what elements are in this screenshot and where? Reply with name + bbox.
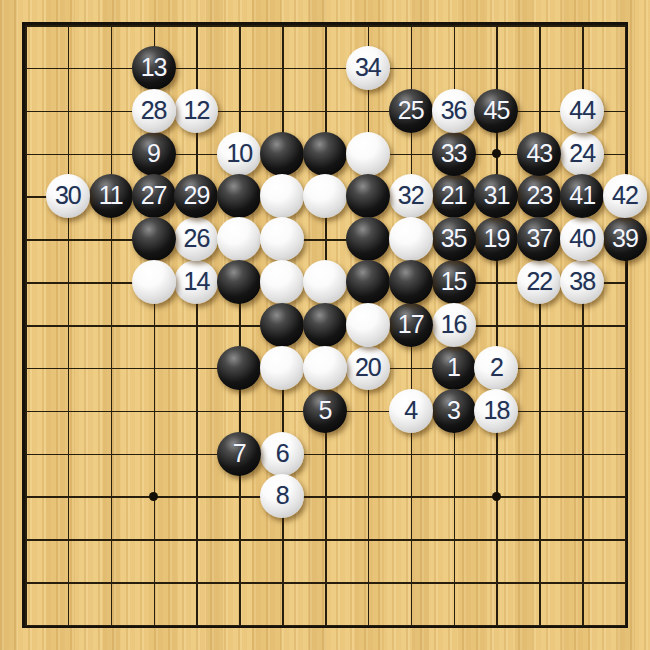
stone-black bbox=[260, 132, 304, 176]
move-number: 2 bbox=[490, 355, 503, 381]
stone-white bbox=[132, 260, 176, 304]
move-number: 34 bbox=[355, 55, 381, 81]
stone-white-34: 34 bbox=[346, 46, 390, 90]
move-number: 13 bbox=[141, 55, 167, 81]
move-number: 43 bbox=[526, 141, 552, 167]
stone-black-3: 3 bbox=[432, 389, 476, 433]
move-number: 11 bbox=[99, 183, 123, 209]
move-number: 15 bbox=[441, 269, 467, 295]
move-number: 1 bbox=[447, 355, 460, 381]
stone-black-17: 17 bbox=[389, 303, 433, 347]
move-number: 38 bbox=[569, 269, 595, 295]
move-number: 5 bbox=[319, 398, 332, 424]
stone-white bbox=[303, 174, 347, 218]
stone-white bbox=[389, 217, 433, 261]
stone-white bbox=[260, 260, 304, 304]
stone-black bbox=[389, 260, 433, 304]
move-number: 36 bbox=[441, 98, 467, 124]
move-number: 18 bbox=[484, 398, 510, 424]
stone-white bbox=[346, 132, 390, 176]
stone-white-42: 42 bbox=[603, 174, 647, 218]
move-number: 3 bbox=[447, 398, 460, 424]
move-number: 22 bbox=[526, 269, 552, 295]
stone-black-31: 31 bbox=[474, 174, 518, 218]
move-number: 40 bbox=[569, 226, 595, 252]
move-number: 30 bbox=[55, 183, 81, 209]
stone-black bbox=[346, 260, 390, 304]
stone-white bbox=[260, 346, 304, 390]
move-number: 14 bbox=[184, 269, 210, 295]
move-number: 21 bbox=[441, 183, 467, 209]
stone-white-6: 6 bbox=[260, 432, 304, 476]
stone-white-20: 20 bbox=[346, 346, 390, 390]
stone-white-44: 44 bbox=[560, 89, 604, 133]
move-number: 39 bbox=[612, 226, 638, 252]
move-number: 10 bbox=[226, 141, 252, 167]
move-number: 26 bbox=[184, 226, 210, 252]
stone-white-32: 32 bbox=[389, 174, 433, 218]
stone-white bbox=[217, 217, 261, 261]
stone-white-8: 8 bbox=[260, 474, 304, 518]
stone-black-21: 21 bbox=[432, 174, 476, 218]
stone-black-41: 41 bbox=[560, 174, 604, 218]
stone-black-43: 43 bbox=[517, 132, 561, 176]
move-number: 45 bbox=[484, 98, 510, 124]
move-number: 20 bbox=[355, 355, 381, 381]
stone-white bbox=[260, 174, 304, 218]
move-number: 32 bbox=[398, 183, 424, 209]
move-number: 19 bbox=[484, 226, 510, 252]
stone-white-36: 36 bbox=[432, 89, 476, 133]
move-number: 42 bbox=[612, 183, 638, 209]
move-number: 41 bbox=[569, 183, 595, 209]
stone-black bbox=[303, 303, 347, 347]
move-number: 25 bbox=[398, 98, 424, 124]
stone-black bbox=[217, 260, 261, 304]
stone-black bbox=[217, 174, 261, 218]
stone-black-13: 13 bbox=[132, 46, 176, 90]
stone-black-37: 37 bbox=[517, 217, 561, 261]
stone-black-39: 39 bbox=[603, 217, 647, 261]
move-number: 9 bbox=[147, 141, 160, 167]
stone-white bbox=[303, 346, 347, 390]
move-number: 35 bbox=[441, 226, 467, 252]
move-number: 27 bbox=[141, 183, 167, 209]
move-number: 33 bbox=[441, 141, 467, 167]
stone-white-26: 26 bbox=[174, 217, 218, 261]
stone-black-35: 35 bbox=[432, 217, 476, 261]
move-number: 24 bbox=[569, 141, 595, 167]
stone-black bbox=[132, 217, 176, 261]
stone-black bbox=[217, 346, 261, 390]
stone-white-10: 10 bbox=[217, 132, 261, 176]
stone-black-25: 25 bbox=[389, 89, 433, 133]
stone-black bbox=[346, 217, 390, 261]
move-number: 31 bbox=[484, 183, 510, 209]
stone-white-12: 12 bbox=[174, 89, 218, 133]
stone-black bbox=[346, 174, 390, 218]
stone-white-28: 28 bbox=[132, 89, 176, 133]
stone-white-2: 2 bbox=[474, 346, 518, 390]
stone-black-27: 27 bbox=[132, 174, 176, 218]
move-number: 37 bbox=[526, 226, 552, 252]
stone-black-11: 11 bbox=[89, 174, 133, 218]
move-number: 44 bbox=[569, 98, 595, 124]
stone-black-9: 9 bbox=[132, 132, 176, 176]
stone-white-14: 14 bbox=[174, 260, 218, 304]
stone-white-24: 24 bbox=[560, 132, 604, 176]
star-point bbox=[492, 149, 501, 158]
stone-black bbox=[260, 303, 304, 347]
move-number: 12 bbox=[184, 98, 210, 124]
stone-white-38: 38 bbox=[560, 260, 604, 304]
stone-white-4: 4 bbox=[389, 389, 433, 433]
stone-black-5: 5 bbox=[303, 389, 347, 433]
stone-black-7: 7 bbox=[217, 432, 261, 476]
star-point bbox=[149, 492, 158, 501]
stone-white-30: 30 bbox=[46, 174, 90, 218]
stone-black-1: 1 bbox=[432, 346, 476, 390]
stone-black-23: 23 bbox=[517, 174, 561, 218]
move-number: 8 bbox=[276, 483, 289, 509]
move-number: 7 bbox=[233, 441, 246, 467]
stone-black-19: 19 bbox=[474, 217, 518, 261]
move-number: 6 bbox=[276, 441, 289, 467]
stone-white bbox=[346, 303, 390, 347]
stone-black bbox=[303, 132, 347, 176]
move-number: 23 bbox=[526, 183, 552, 209]
stone-white-18: 18 bbox=[474, 389, 518, 433]
stone-white bbox=[260, 217, 304, 261]
stone-black-15: 15 bbox=[432, 260, 476, 304]
stone-black-45: 45 bbox=[474, 89, 518, 133]
move-number: 28 bbox=[141, 98, 167, 124]
stone-white-40: 40 bbox=[560, 217, 604, 261]
move-number: 16 bbox=[441, 312, 467, 338]
go-board-screenshot: 1234567891011121314151617181920212223242… bbox=[0, 0, 650, 650]
stone-black-29: 29 bbox=[174, 174, 218, 218]
goban[interactable]: 1234567891011121314151617181920212223242… bbox=[0, 0, 650, 650]
move-number: 29 bbox=[184, 183, 210, 209]
move-number: 4 bbox=[404, 398, 417, 424]
stone-white-16: 16 bbox=[432, 303, 476, 347]
star-point bbox=[492, 492, 501, 501]
stone-black-33: 33 bbox=[432, 132, 476, 176]
stone-white-22: 22 bbox=[517, 260, 561, 304]
move-number: 17 bbox=[398, 312, 424, 338]
stone-white bbox=[303, 260, 347, 304]
